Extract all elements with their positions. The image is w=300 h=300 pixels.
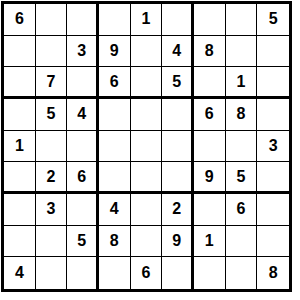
given-digit: 8 xyxy=(205,43,214,59)
cell-r3c9-empty[interactable] xyxy=(257,67,289,99)
cell-r8c5-empty[interactable] xyxy=(131,226,163,258)
cell-r6c5-empty[interactable] xyxy=(131,162,163,194)
given-digit: 4 xyxy=(77,106,86,122)
given-digit: 2 xyxy=(47,169,56,185)
cell-r5c2-empty[interactable] xyxy=(36,131,68,163)
cell-r9c2-empty[interactable] xyxy=(36,257,68,289)
given-digit: 6 xyxy=(237,201,246,217)
given-digit: 6 xyxy=(15,11,24,27)
given-digit: 3 xyxy=(77,43,86,59)
given-digit: 4 xyxy=(172,43,181,59)
given-digit: 9 xyxy=(110,43,119,59)
given-digit: 3 xyxy=(269,138,278,154)
given-digit: 8 xyxy=(237,106,246,122)
cell-r8c3-given[interactable]: 5 xyxy=(67,226,99,258)
cell-r6c2-given[interactable]: 2 xyxy=(36,162,68,194)
cell-r4c8-given[interactable]: 8 xyxy=(226,99,258,131)
cell-r3c4-given[interactable]: 6 xyxy=(99,67,131,99)
sudoku-page: 61539487651546813269534265891468 xyxy=(0,0,300,300)
sudoku-board: 61539487651546813269534265891468 xyxy=(1,1,292,292)
cell-r1c8-empty[interactable] xyxy=(226,4,258,36)
cell-r1c9-given[interactable]: 5 xyxy=(257,4,289,36)
cell-r5c1-given[interactable]: 1 xyxy=(4,131,36,163)
cell-r8c4-given[interactable]: 8 xyxy=(99,226,131,258)
given-digit: 1 xyxy=(142,11,151,27)
given-digit: 6 xyxy=(77,169,86,185)
cell-r7c3-empty[interactable] xyxy=(67,194,99,226)
cell-r2c5-empty[interactable] xyxy=(131,36,163,68)
cell-r4c4-empty[interactable] xyxy=(99,99,131,131)
cell-r4c9-empty[interactable] xyxy=(257,99,289,131)
given-digit: 2 xyxy=(172,201,181,217)
cell-r2c2-empty[interactable] xyxy=(36,36,68,68)
cell-r7c4-given[interactable]: 4 xyxy=(99,194,131,226)
cell-r5c5-empty[interactable] xyxy=(131,131,163,163)
cell-r2c6-given[interactable]: 4 xyxy=(162,36,194,68)
cell-r9c9-given[interactable]: 8 xyxy=(257,257,289,289)
given-digit: 5 xyxy=(77,233,86,249)
cell-r5c4-empty[interactable] xyxy=(99,131,131,163)
cell-r1c5-given[interactable]: 1 xyxy=(131,4,163,36)
cell-r3c5-empty[interactable] xyxy=(131,67,163,99)
cell-r3c7-empty[interactable] xyxy=(194,67,226,99)
cell-r7c8-given[interactable]: 6 xyxy=(226,194,258,226)
given-digit: 6 xyxy=(205,106,214,122)
cell-r2c1-empty[interactable] xyxy=(4,36,36,68)
cell-r4c7-given[interactable]: 6 xyxy=(194,99,226,131)
cell-r3c8-given[interactable]: 1 xyxy=(226,67,258,99)
cell-r2c8-empty[interactable] xyxy=(226,36,258,68)
cell-r1c1-given[interactable]: 6 xyxy=(4,4,36,36)
cell-r4c5-empty[interactable] xyxy=(131,99,163,131)
cell-r9c8-empty[interactable] xyxy=(226,257,258,289)
given-digit: 8 xyxy=(110,233,119,249)
cell-r4c1-empty[interactable] xyxy=(4,99,36,131)
given-digit: 7 xyxy=(47,74,56,90)
given-digit: 6 xyxy=(142,265,151,281)
cell-r7c7-empty[interactable] xyxy=(194,194,226,226)
given-digit: 5 xyxy=(269,11,278,27)
given-digit: 4 xyxy=(110,201,119,217)
given-digit: 5 xyxy=(237,169,246,185)
cell-r9c4-empty[interactable] xyxy=(99,257,131,289)
cell-r9c3-empty[interactable] xyxy=(67,257,99,289)
given-digit: 1 xyxy=(237,74,246,90)
cell-r5c6-empty[interactable] xyxy=(162,131,194,163)
cell-r7c6-given[interactable]: 2 xyxy=(162,194,194,226)
cell-r8c7-given[interactable]: 1 xyxy=(194,226,226,258)
cell-r5c7-empty[interactable] xyxy=(194,131,226,163)
cell-r8c9-empty[interactable] xyxy=(257,226,289,258)
cell-r3c1-empty[interactable] xyxy=(4,67,36,99)
cell-r6c3-given[interactable]: 6 xyxy=(67,162,99,194)
cell-r5c3-empty[interactable] xyxy=(67,131,99,163)
cell-r7c5-empty[interactable] xyxy=(131,194,163,226)
cell-r1c3-empty[interactable] xyxy=(67,4,99,36)
cell-r7c1-empty[interactable] xyxy=(4,194,36,226)
cell-r2c3-given[interactable]: 3 xyxy=(67,36,99,68)
given-digit: 6 xyxy=(110,74,119,90)
cell-r8c1-empty[interactable] xyxy=(4,226,36,258)
cell-r1c2-empty[interactable] xyxy=(36,4,68,36)
cell-r1c7-empty[interactable] xyxy=(194,4,226,36)
cell-r8c8-empty[interactable] xyxy=(226,226,258,258)
cell-r6c4-empty[interactable] xyxy=(99,162,131,194)
cell-r3c2-given[interactable]: 7 xyxy=(36,67,68,99)
given-digit: 3 xyxy=(47,201,56,217)
cell-r6c9-empty[interactable] xyxy=(257,162,289,194)
cell-r6c7-given[interactable]: 9 xyxy=(194,162,226,194)
cell-r9c1-given[interactable]: 4 xyxy=(4,257,36,289)
given-digit: 8 xyxy=(269,265,278,281)
cell-r2c9-empty[interactable] xyxy=(257,36,289,68)
cell-r4c3-given[interactable]: 4 xyxy=(67,99,99,131)
cell-r4c6-empty[interactable] xyxy=(162,99,194,131)
cell-r2c7-given[interactable]: 8 xyxy=(194,36,226,68)
cell-r5c8-empty[interactable] xyxy=(226,131,258,163)
given-digit: 5 xyxy=(47,106,56,122)
cell-r9c7-empty[interactable] xyxy=(194,257,226,289)
cell-r1c4-empty[interactable] xyxy=(99,4,131,36)
cell-r8c2-empty[interactable] xyxy=(36,226,68,258)
given-digit: 5 xyxy=(172,74,181,90)
cell-r3c6-given[interactable]: 5 xyxy=(162,67,194,99)
given-digit: 1 xyxy=(205,233,214,249)
cell-r5c9-given[interactable]: 3 xyxy=(257,131,289,163)
given-digit: 4 xyxy=(15,265,24,281)
cell-r7c2-given[interactable]: 3 xyxy=(36,194,68,226)
cell-r6c8-given[interactable]: 5 xyxy=(226,162,258,194)
cell-r7c9-empty[interactable] xyxy=(257,194,289,226)
cell-r6c1-empty[interactable] xyxy=(4,162,36,194)
given-digit: 9 xyxy=(172,233,181,249)
cell-r3c3-empty[interactable] xyxy=(67,67,99,99)
cell-r4c2-given[interactable]: 5 xyxy=(36,99,68,131)
given-digit: 9 xyxy=(205,169,214,185)
cell-r1c6-empty[interactable] xyxy=(162,4,194,36)
cell-r8c6-given[interactable]: 9 xyxy=(162,226,194,258)
given-digit: 1 xyxy=(15,138,24,154)
cell-r9c5-given[interactable]: 6 xyxy=(131,257,163,289)
cell-r2c4-given[interactable]: 9 xyxy=(99,36,131,68)
cell-r9c6-empty[interactable] xyxy=(162,257,194,289)
cell-r6c6-empty[interactable] xyxy=(162,162,194,194)
